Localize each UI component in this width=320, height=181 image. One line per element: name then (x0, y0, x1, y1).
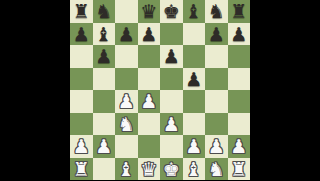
square-f4[interactable] (183, 90, 206, 113)
black-pawn[interactable]: ♟ (208, 22, 225, 45)
square-b6[interactable]: ♟ (93, 45, 116, 68)
square-h3[interactable] (228, 113, 251, 136)
square-d3[interactable] (138, 113, 161, 136)
square-e8[interactable]: ♚ (160, 0, 183, 23)
app-stage: ♜♞♛♚♝♞♜♟♝♟♟♟♟♟♟♟♟♟♞♟♟♟♟♟♟♜♝♛♚♝♞♜ (0, 0, 320, 180)
black-rook[interactable]: ♜ (230, 0, 247, 22)
white-queen[interactable]: ♛ (140, 157, 157, 180)
black-bishop[interactable]: ♝ (185, 0, 202, 22)
square-f2[interactable]: ♟ (183, 135, 206, 158)
white-rook[interactable]: ♜ (230, 157, 247, 180)
square-e1[interactable]: ♚ (160, 158, 183, 181)
white-bishop[interactable]: ♝ (185, 157, 202, 180)
black-pawn[interactable]: ♟ (185, 67, 202, 90)
white-pawn[interactable]: ♟ (185, 135, 202, 158)
black-queen[interactable]: ♛ (140, 0, 157, 22)
square-f6[interactable] (183, 45, 206, 68)
square-e3[interactable]: ♟ (160, 113, 183, 136)
square-g8[interactable]: ♞ (205, 0, 228, 23)
square-f7[interactable] (183, 23, 206, 46)
square-a4[interactable] (70, 90, 93, 113)
square-d5[interactable] (138, 68, 161, 91)
square-f8[interactable]: ♝ (183, 0, 206, 23)
white-bishop[interactable]: ♝ (118, 157, 135, 180)
black-knight[interactable]: ♞ (208, 0, 225, 22)
square-b8[interactable]: ♞ (93, 0, 116, 23)
square-c5[interactable] (115, 68, 138, 91)
square-h1[interactable]: ♜ (228, 158, 251, 181)
square-c4[interactable]: ♟ (115, 90, 138, 113)
square-h8[interactable]: ♜ (228, 0, 251, 23)
square-e5[interactable] (160, 68, 183, 91)
white-pawn[interactable]: ♟ (95, 135, 112, 158)
black-king[interactable]: ♚ (163, 0, 180, 22)
black-pawn[interactable]: ♟ (95, 45, 112, 68)
square-c6[interactable] (115, 45, 138, 68)
square-d6[interactable] (138, 45, 161, 68)
black-pawn[interactable]: ♟ (73, 22, 90, 45)
square-d8[interactable]: ♛ (138, 0, 161, 23)
black-pawn[interactable]: ♟ (140, 22, 157, 45)
square-g2[interactable]: ♟ (205, 135, 228, 158)
square-g5[interactable] (205, 68, 228, 91)
square-b3[interactable] (93, 113, 116, 136)
square-g1[interactable]: ♞ (205, 158, 228, 181)
square-h5[interactable] (228, 68, 251, 91)
square-b2[interactable]: ♟ (93, 135, 116, 158)
square-d1[interactable]: ♛ (138, 158, 161, 181)
square-b5[interactable] (93, 68, 116, 91)
black-rook[interactable]: ♜ (73, 0, 90, 22)
letterbox-left (0, 0, 70, 180)
square-a2[interactable]: ♟ (70, 135, 93, 158)
white-knight[interactable]: ♞ (118, 112, 135, 135)
white-pawn[interactable]: ♟ (208, 135, 225, 158)
letterbox-right (250, 0, 320, 180)
square-g4[interactable] (205, 90, 228, 113)
square-g3[interactable] (205, 113, 228, 136)
square-c3[interactable]: ♞ (115, 113, 138, 136)
square-c2[interactable] (115, 135, 138, 158)
white-pawn[interactable]: ♟ (230, 135, 247, 158)
square-e4[interactable] (160, 90, 183, 113)
square-c1[interactable]: ♝ (115, 158, 138, 181)
square-d7[interactable]: ♟ (138, 23, 161, 46)
square-e7[interactable] (160, 23, 183, 46)
square-f5[interactable]: ♟ (183, 68, 206, 91)
white-knight[interactable]: ♞ (208, 157, 225, 180)
square-g6[interactable] (205, 45, 228, 68)
chess-board[interactable]: ♜♞♛♚♝♞♜♟♝♟♟♟♟♟♟♟♟♟♞♟♟♟♟♟♟♜♝♛♚♝♞♜ (70, 0, 250, 180)
white-king[interactable]: ♚ (163, 157, 180, 180)
square-a8[interactable]: ♜ (70, 0, 93, 23)
square-d4[interactable]: ♟ (138, 90, 161, 113)
square-b7[interactable]: ♝ (93, 23, 116, 46)
black-pawn[interactable]: ♟ (163, 45, 180, 68)
square-d2[interactable] (138, 135, 161, 158)
square-c7[interactable]: ♟ (115, 23, 138, 46)
square-h7[interactable]: ♟ (228, 23, 251, 46)
white-rook[interactable]: ♜ (73, 157, 90, 180)
square-g7[interactable]: ♟ (205, 23, 228, 46)
square-e2[interactable] (160, 135, 183, 158)
black-bishop[interactable]: ♝ (95, 22, 112, 45)
white-pawn[interactable]: ♟ (118, 90, 135, 113)
black-pawn[interactable]: ♟ (230, 22, 247, 45)
square-a6[interactable] (70, 45, 93, 68)
square-h4[interactable] (228, 90, 251, 113)
square-e6[interactable]: ♟ (160, 45, 183, 68)
square-c8[interactable] (115, 0, 138, 23)
white-pawn[interactable]: ♟ (140, 90, 157, 113)
square-a5[interactable] (70, 68, 93, 91)
square-h6[interactable] (228, 45, 251, 68)
black-pawn[interactable]: ♟ (118, 22, 135, 45)
square-b1[interactable] (93, 158, 116, 181)
square-h2[interactable]: ♟ (228, 135, 251, 158)
square-a1[interactable]: ♜ (70, 158, 93, 181)
white-pawn[interactable]: ♟ (73, 135, 90, 158)
black-knight[interactable]: ♞ (95, 0, 112, 22)
square-a3[interactable] (70, 113, 93, 136)
square-f1[interactable]: ♝ (183, 158, 206, 181)
square-b4[interactable] (93, 90, 116, 113)
white-pawn[interactable]: ♟ (163, 112, 180, 135)
square-f3[interactable] (183, 113, 206, 136)
square-a7[interactable]: ♟ (70, 23, 93, 46)
